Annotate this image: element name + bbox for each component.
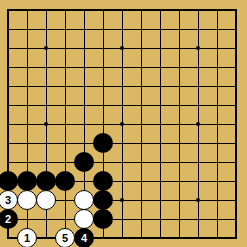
- stones-layer: 32154: [0, 1, 246, 247]
- move-number-label: 2: [5, 214, 11, 225]
- board-intersection: [0, 172, 18, 191]
- move-number-label: 5: [62, 233, 68, 244]
- black-stone: [74, 152, 94, 172]
- board-intersection: 2: [0, 210, 18, 229]
- black-stone: [93, 171, 113, 191]
- black-stone: [0, 171, 18, 191]
- board-intersection: [94, 191, 113, 210]
- board-intersection: [56, 172, 75, 191]
- board-intersection: [37, 172, 56, 191]
- white-stone: [74, 209, 94, 229]
- black-stone: [36, 171, 56, 191]
- board-intersection: 5: [56, 229, 75, 247]
- board-intersection: [37, 191, 56, 210]
- white-stone: 5: [55, 228, 75, 247]
- board-intersection: [18, 172, 37, 191]
- white-stone: [74, 190, 94, 210]
- board-intersection: [75, 210, 94, 229]
- white-stone: 3: [0, 190, 18, 210]
- board-intersection: [75, 191, 94, 210]
- board-intersection: 1: [18, 229, 37, 247]
- board-intersection: [94, 210, 113, 229]
- board-intersection: 3: [0, 191, 18, 210]
- board-intersection: [75, 153, 94, 172]
- board-intersection: [94, 172, 113, 191]
- black-stone: 4: [74, 228, 94, 247]
- move-number-label: 3: [5, 195, 11, 206]
- board-intersection: [18, 191, 37, 210]
- black-stone: [93, 133, 113, 153]
- white-stone: 1: [17, 228, 37, 247]
- board-intersection: [94, 134, 113, 153]
- board-intersection: 4: [75, 229, 94, 247]
- move-number-label: 4: [81, 233, 87, 244]
- black-stone: [93, 209, 113, 229]
- white-stone: [36, 190, 56, 210]
- black-stone: [55, 171, 75, 191]
- white-stone: [17, 190, 37, 210]
- black-stone: [93, 190, 113, 210]
- black-stone: [17, 171, 37, 191]
- move-number-label: 1: [24, 233, 30, 244]
- go-board[interactable]: 32154: [0, 0, 247, 247]
- black-stone: 2: [0, 209, 18, 229]
